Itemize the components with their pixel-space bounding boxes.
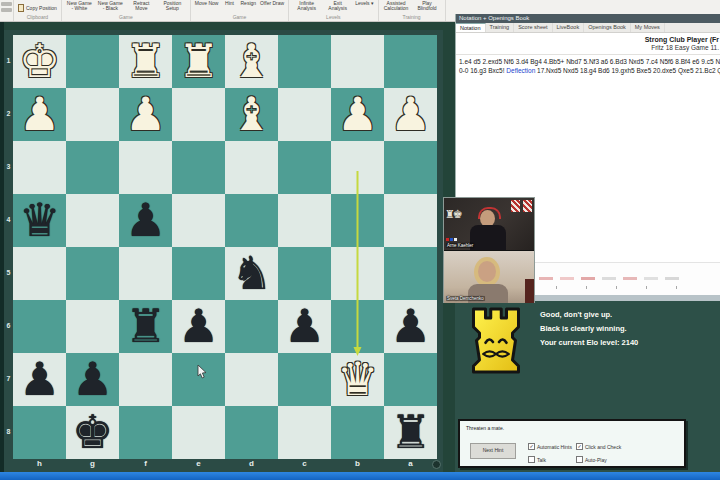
- square-f1[interactable]: [119, 35, 172, 88]
- square-e5[interactable]: [172, 247, 225, 300]
- square-c3[interactable]: [278, 141, 331, 194]
- square-f5[interactable]: [119, 247, 172, 300]
- square-g8[interactable]: [66, 406, 119, 459]
- person-body: [470, 225, 506, 250]
- eval-dash: [644, 277, 658, 280]
- square-a5[interactable]: [384, 247, 437, 300]
- coach-line: Good, don't give up.: [540, 308, 638, 322]
- square-d7[interactable]: [225, 353, 278, 406]
- eval-dash: [623, 277, 637, 280]
- game-label: Fritz 18 Easy Game 11.: [456, 44, 719, 51]
- ribbon-button-move-now[interactable]: Move Now: [193, 0, 221, 7]
- checkbox-auto-play[interactable]: Auto-Play: [576, 456, 607, 463]
- square-e4[interactable]: [172, 194, 225, 247]
- square-h1[interactable]: [13, 35, 66, 88]
- square-c6[interactable]: [278, 300, 331, 353]
- ribbon-group-levels: Infinite AnalysisExit AnalysisLevels ▾Le…: [289, 0, 378, 21]
- square-d8[interactable]: [225, 406, 278, 459]
- square-h6[interactable]: [13, 300, 66, 353]
- notation-window-title: Notation + Openings Book: [456, 14, 720, 23]
- ribbon-button-exit-analysis[interactable]: Exit Analysis: [322, 0, 353, 12]
- rank-label-6: 6: [4, 322, 13, 329]
- rank-label-1: 1: [4, 57, 13, 64]
- eval-dash: [560, 277, 574, 280]
- clipboard-icon: [18, 4, 24, 12]
- tab-training[interactable]: Training: [486, 23, 515, 32]
- square-b4[interactable]: [331, 194, 384, 247]
- tab-livebook[interactable]: LiveBook: [553, 23, 585, 32]
- eval-dash: [539, 277, 553, 280]
- square-e7[interactable]: [172, 353, 225, 406]
- square-d5[interactable]: [225, 247, 278, 300]
- worried-rook-icon: [458, 303, 534, 375]
- square-g4[interactable]: [66, 194, 119, 247]
- rank-label-2: 2: [4, 110, 13, 117]
- tab-score-sheet[interactable]: Score sheet: [514, 23, 552, 32]
- ribbon-group-clipboard: Copy PositionClipboard: [14, 0, 62, 21]
- square-h4[interactable]: [13, 194, 66, 247]
- ribbon-group-game: New Game - WhiteNew Game - BlackRetract …: [62, 0, 191, 21]
- ribbon-button-position-setup[interactable]: Position Setup: [157, 0, 188, 12]
- square-b6[interactable]: [331, 300, 384, 353]
- square-g1[interactable]: [66, 35, 119, 88]
- square-h3[interactable]: [13, 141, 66, 194]
- square-h2[interactable]: [13, 88, 66, 141]
- move-list[interactable]: 1.e4 d5 2.exd5 Nf6 3.d4 Bg4 4.Bb5+ Nbd7 …: [456, 54, 720, 75]
- hint-message: Threaten a mate.: [466, 425, 504, 431]
- square-c5[interactable]: [278, 247, 331, 300]
- square-a1[interactable]: [384, 35, 437, 88]
- square-h8[interactable]: [13, 406, 66, 459]
- square-a6[interactable]: [384, 300, 437, 353]
- player-name: Strong Club Player (Fr: [456, 36, 719, 43]
- rank-label-4: 4: [4, 216, 13, 223]
- tab-notation[interactable]: Notation: [456, 23, 486, 32]
- square-c8[interactable]: [278, 406, 331, 459]
- ribbon-clipped-buttons: [0, 0, 14, 21]
- file-label-d: d: [225, 459, 278, 471]
- checkbox-label: Talk: [537, 457, 546, 463]
- broadcast-logo: [446, 238, 457, 241]
- file-label-b: b: [331, 459, 384, 471]
- ribbon-group-training: Assisted CalculationPlay BlindfoldTraini…: [379, 0, 446, 21]
- webcam-top: ♜♚ Arne Kaehler: [444, 198, 534, 250]
- square-g3[interactable]: [66, 141, 119, 194]
- ribbon-button-assisted-calculation[interactable]: Assisted Calculation: [381, 0, 412, 12]
- coach-line: Black is clearly winning.: [540, 322, 638, 336]
- coach-line: Your current Elo level: 2140: [540, 336, 638, 350]
- square-f7[interactable]: [119, 353, 172, 406]
- ribbon-button-play-blindfold[interactable]: Play Blindfold: [412, 0, 443, 12]
- checkbox-automatic-hints[interactable]: ✓Automatic Hints: [528, 443, 572, 450]
- eval-tick: [676, 286, 677, 289]
- checkbox-box[interactable]: ✓: [528, 443, 535, 450]
- ribbon-group-game: Move NowHintResignOffer DrawGame: [191, 0, 289, 21]
- square-a4[interactable]: [384, 194, 437, 247]
- square-d6[interactable]: [225, 300, 278, 353]
- checkbox-box[interactable]: [576, 456, 583, 463]
- rank-label-7: 7: [4, 375, 13, 382]
- ribbon-button-resign[interactable]: Resign: [238, 0, 258, 7]
- eval-dash: [665, 277, 679, 280]
- square-d3[interactable]: [225, 141, 278, 194]
- rank-label-5: 5: [4, 269, 13, 276]
- square-c1[interactable]: [278, 35, 331, 88]
- annotation-text: Deflection: [506, 67, 535, 74]
- ribbon-button-new-game-black[interactable]: New Game - Black: [95, 0, 126, 12]
- square-b2[interactable]: [331, 88, 384, 141]
- move-line-2[interactable]: 0-0 16.g3 Bxc5! Deflection 17.Nxd5 Nxd5 …: [459, 66, 720, 75]
- ribbon-button-retract-move[interactable]: Retract Move: [126, 0, 157, 12]
- square-e8[interactable]: [172, 406, 225, 459]
- square-a8[interactable]: [384, 406, 437, 459]
- checkbox-label: Click and Check: [585, 444, 621, 450]
- checkbox-label: Auto-Play: [585, 457, 607, 463]
- presenter-name: Arne Kaehler: [446, 243, 474, 248]
- video-panel: ♜♚ Arne Kaehler Sveta Demchenko: [443, 197, 535, 303]
- square-b5[interactable]: [331, 247, 384, 300]
- ribbon-group-label: Training: [381, 14, 443, 21]
- square-b8[interactable]: [331, 406, 384, 459]
- square-b1[interactable]: [331, 35, 384, 88]
- square-c2[interactable]: [278, 88, 331, 141]
- square-c7[interactable]: [278, 353, 331, 406]
- coach-panel: Good, don't give up. Black is clearly wi…: [455, 300, 720, 472]
- square-a2[interactable]: [384, 88, 437, 141]
- file-label-c: c: [278, 459, 331, 471]
- ribbon-button-offer-draw[interactable]: Offer Draw: [258, 0, 286, 7]
- square-h5[interactable]: [13, 247, 66, 300]
- square-d4[interactable]: [225, 194, 278, 247]
- ribbon-button-infinite-analysis[interactable]: Infinite Analysis: [291, 0, 322, 12]
- file-label-g: g: [66, 459, 119, 471]
- taskbar-strip: [0, 472, 720, 480]
- ribbon-button-copy-position[interactable]: Copy Position: [16, 3, 59, 13]
- presenter-name: Sveta Demchenko: [446, 296, 485, 301]
- ribbon-button-new-game-white[interactable]: New Game - White: [64, 0, 95, 12]
- fritz-chess-app: Copy PositionClipboardNew Game - WhiteNe…: [0, 0, 720, 480]
- eval-tick: [556, 286, 557, 289]
- square-e3[interactable]: [172, 141, 225, 194]
- ribbon-group-label: Levels: [291, 14, 375, 21]
- square-h7[interactable]: [13, 353, 66, 406]
- square-f4[interactable]: [119, 194, 172, 247]
- square-g2[interactable]: [66, 88, 119, 141]
- eval-tick: [646, 286, 647, 289]
- ribbon-group-label: Clipboard: [16, 14, 59, 21]
- square-e6[interactable]: [172, 300, 225, 353]
- checkbox-box[interactable]: [528, 456, 535, 463]
- person-head: [478, 261, 496, 282]
- square-e2[interactable]: [172, 88, 225, 141]
- square-d2[interactable]: [225, 88, 278, 141]
- ribbon-group-label: Game: [193, 14, 286, 21]
- square-b3[interactable]: [331, 141, 384, 194]
- webcam-bottom: Sveta Demchenko: [444, 250, 534, 303]
- game-header: Strong Club Player (Fr Fritz 18 Easy Gam…: [456, 33, 720, 52]
- square-a3[interactable]: [384, 141, 437, 194]
- decor-chess-pieces: ♜♚: [445, 208, 461, 221]
- tab-openings-book[interactable]: Openings Book: [584, 23, 631, 32]
- hint-dialog: Threaten a mate. Next Hint ✓Automatic Hi…: [458, 419, 686, 468]
- chessboard-frame: ♚♜♜♝♟♟♝♟♟♛♛♟♞♜♟♟♟♟♟♚♜ 12345678hgfedcba: [4, 30, 443, 472]
- poster: [523, 200, 532, 212]
- square-f2[interactable]: [119, 88, 172, 141]
- ribbon-button-hint[interactable]: Hint: [220, 0, 238, 7]
- chessboard[interactable]: ♚♜♜♝♟♟♝♟♟♛♛♟♞♜♟♟♟♟♟♚♜: [13, 35, 437, 459]
- square-f6[interactable]: [119, 300, 172, 353]
- eval-tick: [616, 286, 617, 289]
- square-d1[interactable]: [225, 35, 278, 88]
- square-g6[interactable]: [66, 300, 119, 353]
- poster: [511, 200, 520, 212]
- square-c4[interactable]: [278, 194, 331, 247]
- ribbon-group-label: Game: [64, 14, 188, 21]
- headphones: [478, 207, 501, 219]
- coach-message: Good, don't give up. Black is clearly wi…: [540, 308, 638, 350]
- chair: [525, 279, 534, 303]
- next-hint-button[interactable]: Next Hint: [470, 443, 516, 459]
- file-label-e: e: [172, 459, 225, 471]
- notation-tabs: NotationTrainingScore sheetLiveBookOpeni…: [456, 23, 720, 33]
- file-label-f: f: [119, 459, 172, 471]
- move-line-1[interactable]: 1.e4 d5 2.exd5 Nf6 3.d4 Bg4 4.Bb5+ Nbd7 …: [459, 57, 720, 66]
- square-a7[interactable]: [384, 353, 437, 406]
- eval-tick: [586, 286, 587, 289]
- eval-dash: [602, 277, 616, 280]
- square-f8[interactable]: [119, 406, 172, 459]
- file-label-a: a: [384, 459, 437, 471]
- rank-label-8: 8: [4, 428, 13, 435]
- checkbox-click-and-check[interactable]: ✓Click and Check: [576, 443, 621, 450]
- square-b7[interactable]: [331, 353, 384, 406]
- square-g5[interactable]: [66, 247, 119, 300]
- checkbox-talk[interactable]: Talk: [528, 456, 546, 463]
- square-g7[interactable]: [66, 353, 119, 406]
- rank-label-3: 3: [4, 163, 13, 170]
- square-e1[interactable]: [172, 35, 225, 88]
- checkbox-box[interactable]: ✓: [576, 443, 583, 450]
- checkbox-label: Automatic Hints: [537, 444, 572, 450]
- eval-dash: [581, 277, 595, 280]
- square-f3[interactable]: [119, 141, 172, 194]
- tab-my-moves[interactable]: My Moves: [631, 23, 665, 32]
- file-label-h: h: [13, 459, 66, 471]
- ribbon-button-levels[interactable]: Levels ▾: [353, 0, 375, 7]
